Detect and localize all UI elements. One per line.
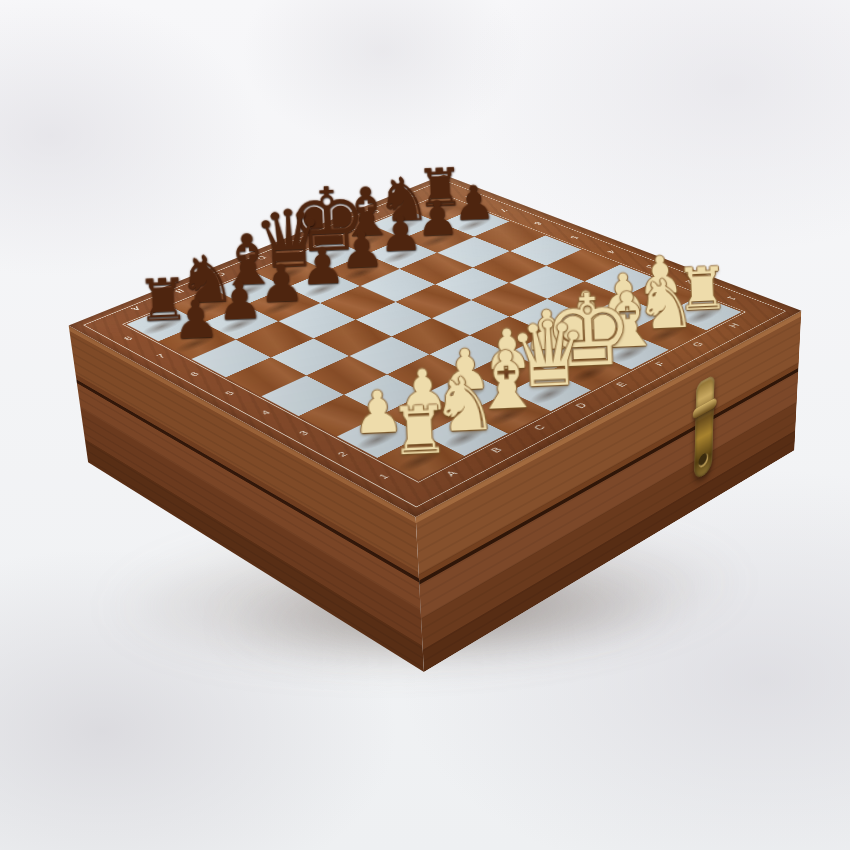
chess-box-stage: 8877665544332211AABBCCDDEEFFGGHH ♜♞♝♛♚♝♞… [178, 196, 699, 717]
dark-p-glyph: ♟ [339, 225, 385, 276]
dark-p-glyph: ♟ [258, 257, 306, 310]
dark-p-glyph: ♟ [215, 275, 264, 329]
dark-p-glyph: ♟ [378, 209, 424, 259]
brass-latch [692, 373, 716, 489]
dark-p-glyph: ♟ [171, 292, 220, 347]
light-r-glyph: ♜ [388, 397, 450, 465]
latch-clasp-icon [694, 374, 715, 481]
dark-p-glyph: ♟ [299, 241, 346, 293]
scene-tilt: 8877665544332211AABBCCDDEEFFGGHH ♜♞♝♛♚♝♞… [0, 0, 850, 850]
chess-board: 8877665544332211AABBCCDDEEFFGGHH ♜♞♝♛♚♝♞… [69, 175, 802, 517]
